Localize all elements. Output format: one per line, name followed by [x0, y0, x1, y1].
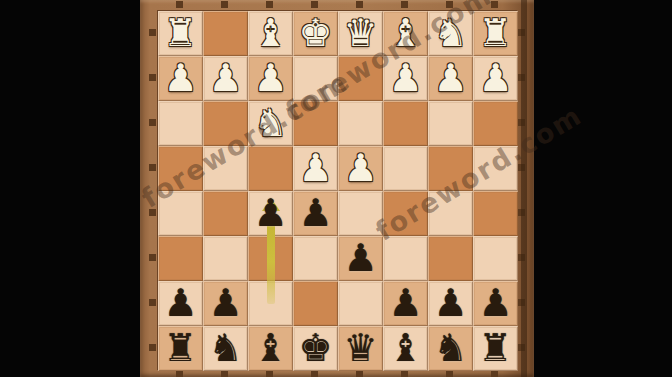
square-d3[interactable]: [338, 101, 383, 146]
white-pawn-b2: ♟: [428, 56, 473, 101]
square-h1[interactable]: ♜: [158, 11, 203, 56]
square-a7[interactable]: ♟: [473, 281, 518, 326]
board-frame: ♜♝♚♛♝♞♜♟♟♟♟♟♟♞♟♟♟♟♟♟♟♟♟♟♜♞♝♚♛♝♞♜ forewor…: [140, 0, 534, 377]
square-g1[interactable]: [203, 11, 248, 56]
white-pawn-d4: ♟: [338, 146, 383, 191]
square-c5[interactable]: [383, 191, 428, 236]
square-c7[interactable]: ♟: [383, 281, 428, 326]
square-c4[interactable]: [383, 146, 428, 191]
square-h6[interactable]: [158, 236, 203, 281]
frame-ticks-bottom: [157, 370, 517, 377]
square-b8[interactable]: ♞: [428, 326, 473, 371]
square-d5[interactable]: [338, 191, 383, 236]
black-king-e8: ♚: [293, 326, 338, 371]
square-g4[interactable]: [203, 146, 248, 191]
square-e7[interactable]: [293, 281, 338, 326]
square-a6[interactable]: [473, 236, 518, 281]
black-pawn-f5: ♟: [248, 191, 293, 236]
square-f4[interactable]: [248, 146, 293, 191]
white-pawn-g2: ♟: [203, 56, 248, 101]
square-a2[interactable]: ♟: [473, 56, 518, 101]
square-a1[interactable]: ♜: [473, 11, 518, 56]
square-b1[interactable]: ♞: [428, 11, 473, 56]
square-e5[interactable]: ♟: [293, 191, 338, 236]
square-b2[interactable]: ♟: [428, 56, 473, 101]
square-h2[interactable]: ♟: [158, 56, 203, 101]
square-c2[interactable]: ♟: [383, 56, 428, 101]
square-g3[interactable]: [203, 101, 248, 146]
square-a5[interactable]: [473, 191, 518, 236]
square-g8[interactable]: ♞: [203, 326, 248, 371]
square-g5[interactable]: [203, 191, 248, 236]
square-d1[interactable]: ♛: [338, 11, 383, 56]
square-g2[interactable]: ♟: [203, 56, 248, 101]
black-knight-b8: ♞: [428, 326, 473, 371]
frame-ticks-left: [149, 10, 156, 370]
square-f1[interactable]: ♝: [248, 11, 293, 56]
black-pawn-c7: ♟: [383, 281, 428, 326]
square-f5[interactable]: ♟: [248, 191, 293, 236]
chess-board: ♜♝♚♛♝♞♜♟♟♟♟♟♟♞♟♟♟♟♟♟♟♟♟♟♜♞♝♚♛♝♞♜: [157, 10, 517, 370]
square-e2[interactable]: [293, 56, 338, 101]
white-pawn-c2: ♟: [383, 56, 428, 101]
square-g7[interactable]: ♟: [203, 281, 248, 326]
square-b3[interactable]: [428, 101, 473, 146]
square-d8[interactable]: ♛: [338, 326, 383, 371]
square-e3[interactable]: [293, 101, 338, 146]
black-pawn-h7: ♟: [158, 281, 203, 326]
frame-edge-shadow: [521, 0, 527, 377]
square-d4[interactable]: ♟: [338, 146, 383, 191]
white-knight-f3: ♞: [248, 101, 293, 146]
square-b5[interactable]: [428, 191, 473, 236]
square-g6[interactable]: [203, 236, 248, 281]
black-pawn-a7: ♟: [473, 281, 518, 326]
white-pawn-a2: ♟: [473, 56, 518, 101]
white-bishop-f1: ♝: [248, 11, 293, 56]
square-e4[interactable]: ♟: [293, 146, 338, 191]
square-f3[interactable]: ♞: [248, 101, 293, 146]
square-c6[interactable]: [383, 236, 428, 281]
black-pawn-d6: ♟: [338, 236, 383, 281]
black-rook-a8: ♜: [473, 326, 518, 371]
square-f2[interactable]: ♟: [248, 56, 293, 101]
square-f8[interactable]: ♝: [248, 326, 293, 371]
square-d6[interactable]: ♟: [338, 236, 383, 281]
white-knight-b1: ♞: [428, 11, 473, 56]
white-pawn-f2: ♟: [248, 56, 293, 101]
square-b4[interactable]: [428, 146, 473, 191]
white-pawn-e4: ♟: [293, 146, 338, 191]
square-h7[interactable]: ♟: [158, 281, 203, 326]
black-bishop-c8: ♝: [383, 326, 428, 371]
black-pawn-b7: ♟: [428, 281, 473, 326]
frame-ticks-top: [157, 1, 517, 8]
black-pawn-g7: ♟: [203, 281, 248, 326]
square-c8[interactable]: ♝: [383, 326, 428, 371]
page-background: ♜♝♚♛♝♞♜♟♟♟♟♟♟♞♟♟♟♟♟♟♟♟♟♟♜♞♝♚♛♝♞♜ forewor…: [0, 0, 672, 377]
square-e1[interactable]: ♚: [293, 11, 338, 56]
white-rook-h1: ♜: [158, 11, 203, 56]
square-b7[interactable]: ♟: [428, 281, 473, 326]
white-queen-d1: ♛: [338, 11, 383, 56]
square-e8[interactable]: ♚: [293, 326, 338, 371]
square-e6[interactable]: [293, 236, 338, 281]
square-b6[interactable]: [428, 236, 473, 281]
white-bishop-c1: ♝: [383, 11, 428, 56]
square-a8[interactable]: ♜: [473, 326, 518, 371]
black-pawn-e5: ♟: [293, 191, 338, 236]
black-bishop-f8: ♝: [248, 326, 293, 371]
white-rook-a1: ♜: [473, 11, 518, 56]
white-pawn-h2: ♟: [158, 56, 203, 101]
square-c3[interactable]: [383, 101, 428, 146]
black-rook-h8: ♜: [158, 326, 203, 371]
square-d7[interactable]: [338, 281, 383, 326]
square-h4[interactable]: [158, 146, 203, 191]
square-a4[interactable]: [473, 146, 518, 191]
square-h5[interactable]: [158, 191, 203, 236]
white-king-e1: ♚: [293, 11, 338, 56]
square-a3[interactable]: [473, 101, 518, 146]
square-h8[interactable]: ♜: [158, 326, 203, 371]
black-knight-g8: ♞: [203, 326, 248, 371]
black-queen-d8: ♛: [338, 326, 383, 371]
square-h3[interactable]: [158, 101, 203, 146]
square-d2[interactable]: [338, 56, 383, 101]
square-c1[interactable]: ♝: [383, 11, 428, 56]
